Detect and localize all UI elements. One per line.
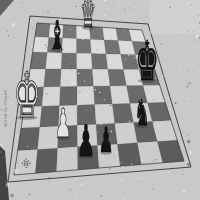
square-c5 xyxy=(60,69,77,87)
piece-white-queen-d8: ♛ xyxy=(80,0,96,36)
square-e6 xyxy=(91,54,108,70)
piece-black-pawn-e2-e2: ♟ xyxy=(98,120,113,160)
square-f8 xyxy=(103,27,119,40)
piece-black-bishop-b7: ♝ xyxy=(48,12,65,58)
square-d7 xyxy=(77,39,92,54)
square-d4 xyxy=(77,86,95,105)
piece-white-pawn-c3: ♟ xyxy=(54,100,71,146)
square-d5 xyxy=(77,69,94,86)
piece-black-pawn-d2-d2: ♟ xyxy=(77,115,96,166)
edge-shadow xyxy=(0,146,9,200)
margin-note: White to move? xyxy=(3,90,8,127)
square-e4 xyxy=(94,86,113,105)
square-d6 xyxy=(77,53,93,69)
square-c1 xyxy=(57,147,78,172)
corner-smudge xyxy=(0,0,14,16)
board-scene: ♛♝♚♚♟♞♟♟ White to move? xyxy=(0,0,200,200)
square-f7 xyxy=(104,40,121,54)
board-group: ♛♝♚♚♟♞♟♟ xyxy=(0,0,200,200)
square-b1 xyxy=(35,148,57,173)
square-f5 xyxy=(108,69,127,86)
piece-black-knight-g3: ♞ xyxy=(134,92,150,134)
square-e5 xyxy=(92,69,110,86)
chessboard-photo: ♛♝♚♚♟♞♟♟ White to move? xyxy=(0,0,200,200)
piece-black-king-h5: ♚ xyxy=(135,29,159,93)
piece-white-king-a4: ♚ xyxy=(14,58,41,132)
square-b5 xyxy=(44,69,61,87)
square-e7 xyxy=(90,39,106,54)
square-f6 xyxy=(106,54,124,69)
exposure-flare xyxy=(150,0,200,34)
